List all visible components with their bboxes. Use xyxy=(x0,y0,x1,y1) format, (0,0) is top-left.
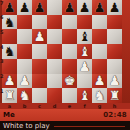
square-g6[interactable] xyxy=(92,15,107,30)
square-b4[interactable] xyxy=(17,44,32,59)
square-f3[interactable]: ♟ xyxy=(77,59,92,74)
square-e6[interactable] xyxy=(62,15,77,30)
white-rook-h1: ♜ xyxy=(109,89,121,102)
square-a1[interactable]: ♜ xyxy=(2,88,17,103)
square-f6[interactable] xyxy=(77,15,92,30)
square-d1[interactable] xyxy=(47,88,62,103)
square-e7[interactable]: ♟ xyxy=(62,0,77,15)
square-h1[interactable]: ♜ xyxy=(107,88,122,103)
square-e4[interactable] xyxy=(62,44,77,59)
square-h3[interactable] xyxy=(107,59,122,74)
square-a7[interactable]: ♟ xyxy=(2,0,17,15)
white-pawn-h2: ♟ xyxy=(109,74,121,87)
square-d3[interactable] xyxy=(47,59,62,74)
black-knight-a6: ♞ xyxy=(4,15,16,28)
rank-label-3: 3 xyxy=(0,59,4,64)
square-d6[interactable] xyxy=(47,15,62,30)
square-c7[interactable]: ♟ xyxy=(32,0,47,15)
square-c4[interactable] xyxy=(32,44,47,59)
square-b3[interactable] xyxy=(17,59,32,74)
game-clock: 02:48 xyxy=(103,111,127,119)
white-pawn-c5: ♟ xyxy=(34,30,46,43)
black-pawn-e7: ♟ xyxy=(64,0,76,13)
white-pawn-g2: ♟ xyxy=(94,74,106,87)
white-pawn-f3: ♟ xyxy=(79,59,91,72)
square-b2[interactable]: ♟ xyxy=(17,74,32,89)
square-e3[interactable] xyxy=(62,59,77,74)
square-c1[interactable] xyxy=(32,88,47,103)
square-g2[interactable]: ♟ xyxy=(92,74,107,89)
square-a5[interactable] xyxy=(2,29,17,44)
square-a3[interactable] xyxy=(2,59,17,74)
square-h2[interactable]: ♟ xyxy=(107,74,122,89)
black-pawn-h7: ♟ xyxy=(109,0,121,13)
square-d2[interactable] xyxy=(47,74,62,89)
square-a6[interactable]: ♞ xyxy=(2,15,17,30)
square-g1[interactable]: ♞ xyxy=(92,88,107,103)
square-h4[interactable] xyxy=(107,44,122,59)
turn-indicator-bar: White to play xyxy=(0,121,130,130)
white-knight-b1: ♞ xyxy=(19,89,31,102)
square-d4[interactable] xyxy=(47,44,62,59)
black-knight-a4: ♞ xyxy=(4,44,16,57)
turn-indicator-line xyxy=(54,126,125,127)
square-c6[interactable] xyxy=(32,15,47,30)
black-bishop-f5: ♝ xyxy=(79,30,91,43)
white-pawn-b2: ♟ xyxy=(19,74,31,87)
chess-app-screen: ♟♟♟♟♟♟♟♞♟♝♞♝♟♟♟♚♟♟♜♞♝♞♜ abcdefgh Me 02:4… xyxy=(0,0,130,130)
square-h7[interactable]: ♟ xyxy=(107,0,122,15)
black-pawn-c7: ♟ xyxy=(34,0,46,13)
rank-label-4: 4 xyxy=(0,45,4,50)
square-f1[interactable]: ♝ xyxy=(77,88,92,103)
board-right-edge xyxy=(122,0,130,103)
square-e1[interactable] xyxy=(62,88,77,103)
white-bishop-f1: ♝ xyxy=(79,89,91,102)
square-c2[interactable] xyxy=(32,74,47,89)
square-h6[interactable] xyxy=(107,15,122,30)
rank-label-2: 2 xyxy=(0,74,4,79)
white-rook-a1: ♜ xyxy=(4,89,16,102)
square-b5[interactable] xyxy=(17,29,32,44)
square-a4[interactable]: ♞ xyxy=(2,44,17,59)
square-c5[interactable]: ♟ xyxy=(32,29,47,44)
square-b6[interactable] xyxy=(17,15,32,30)
square-c3[interactable] xyxy=(32,59,47,74)
square-g3[interactable] xyxy=(92,59,107,74)
square-f2[interactable] xyxy=(77,74,92,89)
square-g7[interactable]: ♟ xyxy=(92,0,107,15)
square-f4[interactable]: ♝ xyxy=(77,44,92,59)
black-pawn-f7: ♟ xyxy=(79,0,91,13)
player-name-label: Me xyxy=(3,111,15,119)
black-pawn-a7: ♟ xyxy=(4,0,16,13)
square-h5[interactable] xyxy=(107,29,122,44)
square-b7[interactable]: ♟ xyxy=(17,0,32,15)
square-b1[interactable]: ♞ xyxy=(17,88,32,103)
square-d7[interactable] xyxy=(47,0,62,15)
white-pawn-a2: ♟ xyxy=(4,74,16,87)
square-a2[interactable]: ♟ xyxy=(2,74,17,89)
square-g5[interactable] xyxy=(92,29,107,44)
square-f5[interactable]: ♝ xyxy=(77,29,92,44)
square-f7[interactable]: ♟ xyxy=(77,0,92,15)
rank-label-1: 1 xyxy=(0,89,4,94)
turn-to-play-text: White to play xyxy=(3,122,50,130)
square-e5[interactable] xyxy=(62,29,77,44)
black-pawn-b7: ♟ xyxy=(19,0,31,13)
black-pawn-g7: ♟ xyxy=(94,0,106,13)
white-king-e2: ♚ xyxy=(64,74,76,87)
square-d5[interactable] xyxy=(47,29,62,44)
white-bishop-f4: ♝ xyxy=(79,44,91,57)
rank-label-5: 5 xyxy=(0,30,4,35)
status-bar: Me 02:48 xyxy=(0,109,130,121)
square-e2[interactable]: ♚ xyxy=(62,74,77,89)
rank-label-7: 7 xyxy=(0,1,4,6)
square-g4[interactable] xyxy=(92,44,107,59)
chess-board[interactable]: ♟♟♟♟♟♟♟♞♟♝♞♝♟♟♟♚♟♟♜♞♝♞♜ xyxy=(2,0,122,103)
white-knight-g1: ♞ xyxy=(94,89,106,102)
rank-label-6: 6 xyxy=(0,15,4,20)
